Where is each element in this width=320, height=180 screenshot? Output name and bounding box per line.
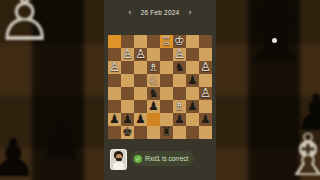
square-f4[interactable]: [134, 74, 147, 87]
white-piece-r: ♖: [160, 35, 173, 48]
square-f3[interactable]: [134, 61, 147, 74]
square-h7[interactable]: ♟: [108, 113, 121, 126]
square-c4[interactable]: [173, 74, 186, 87]
square-h3[interactable]: ♙: [108, 61, 121, 74]
user-avatar: [110, 149, 127, 170]
square-b7[interactable]: [186, 113, 199, 126]
square-h1[interactable]: [108, 35, 121, 48]
black-piece-k: ♚: [121, 126, 134, 139]
square-f5[interactable]: [134, 87, 147, 100]
feedback-pill: ✓ Rxd1 is correct: [131, 151, 194, 166]
video-column: ‹ 26 Feb 2024 › ♖♔♙♙♙♙♗♞♙♘♟♞♙♟♗♟♟♟♟♟♟♚♜ …: [104, 0, 216, 180]
square-h8[interactable]: [108, 126, 121, 139]
white-piece-p: ♙: [108, 61, 121, 74]
date-navigation: ‹ 26 Feb 2024 ›: [104, 5, 216, 19]
square-g2[interactable]: ♙: [121, 48, 134, 61]
square-e1[interactable]: [147, 35, 160, 48]
square-g8[interactable]: ♚: [121, 126, 134, 139]
square-b4[interactable]: ♟: [186, 74, 199, 87]
background-black-piece-icon: ♟: [0, 132, 37, 180]
black-piece-p: ♟: [108, 113, 121, 126]
square-e8[interactable]: [147, 126, 160, 139]
square-g4[interactable]: [121, 74, 134, 87]
background-black-pawn-icon: ♟: [40, 118, 83, 166]
square-h4[interactable]: [108, 74, 121, 87]
background-white-pawn-icon: ♙: [0, 0, 53, 50]
black-piece-p: ♟: [186, 74, 199, 87]
next-date-button[interactable]: ›: [188, 7, 192, 17]
square-d6[interactable]: [160, 100, 173, 113]
square-c7[interactable]: ♟: [173, 113, 186, 126]
avatar-beard: [116, 158, 122, 161]
check-icon: ✓: [134, 155, 142, 163]
black-piece-n: ♞: [173, 61, 186, 74]
black-piece-r: ♜: [160, 126, 173, 139]
black-piece-p: ♟: [173, 113, 186, 126]
square-g3[interactable]: [121, 61, 134, 74]
background-right: ♝ ♟ ♗: [216, 0, 320, 180]
square-b1[interactable]: [186, 35, 199, 48]
square-b2[interactable]: [186, 48, 199, 61]
background-highlight-dot: [272, 38, 277, 43]
feedback-text: Rxd1 is correct: [145, 155, 188, 162]
square-a1[interactable]: [199, 35, 212, 48]
background-left: ♙ ♟ ♟: [0, 0, 104, 180]
square-d5[interactable]: [160, 87, 173, 100]
square-d2[interactable]: [160, 48, 173, 61]
square-f7[interactable]: ♟: [134, 113, 147, 126]
square-e7[interactable]: [147, 113, 160, 126]
square-d3[interactable]: [160, 61, 173, 74]
square-c3[interactable]: ♞: [173, 61, 186, 74]
black-piece-p: ♟: [134, 113, 147, 126]
square-b6[interactable]: ♟: [186, 100, 199, 113]
square-d4[interactable]: [160, 74, 173, 87]
square-a7[interactable]: ♟: [199, 113, 212, 126]
square-f2[interactable]: ♙: [134, 48, 147, 61]
white-piece-p: ♙: [134, 48, 147, 61]
white-piece-p: ♙: [199, 61, 212, 74]
white-piece-p: ♙: [199, 87, 212, 100]
date-label: 26 Feb 2024: [141, 9, 180, 16]
previous-date-button[interactable]: ‹: [128, 7, 132, 17]
white-piece-p: ♙: [121, 48, 134, 61]
square-d8[interactable]: ♜: [160, 126, 173, 139]
square-f8[interactable]: [134, 126, 147, 139]
square-h5[interactable]: [108, 87, 121, 100]
black-piece-p: ♟: [199, 113, 212, 126]
square-a3[interactable]: ♙: [199, 61, 212, 74]
square-e6[interactable]: ♟: [147, 100, 160, 113]
chess-board[interactable]: ♖♔♙♙♙♙♗♞♙♘♟♞♙♟♗♟♟♟♟♟♟♚♜: [108, 35, 212, 139]
feedback-bar: ✓ Rxd1 is correct: [110, 149, 194, 170]
square-a5[interactable]: ♙: [199, 87, 212, 100]
avatar-shirt: [113, 162, 124, 169]
square-a8[interactable]: [199, 126, 212, 139]
square-d1[interactable]: ♖: [160, 35, 173, 48]
black-piece-p: ♟: [147, 100, 160, 113]
black-piece-p: ♟: [186, 100, 199, 113]
square-g5[interactable]: [121, 87, 134, 100]
square-c8[interactable]: [173, 126, 186, 139]
square-b8[interactable]: [186, 126, 199, 139]
background-white-bishop-icon: ♗: [282, 126, 320, 180]
